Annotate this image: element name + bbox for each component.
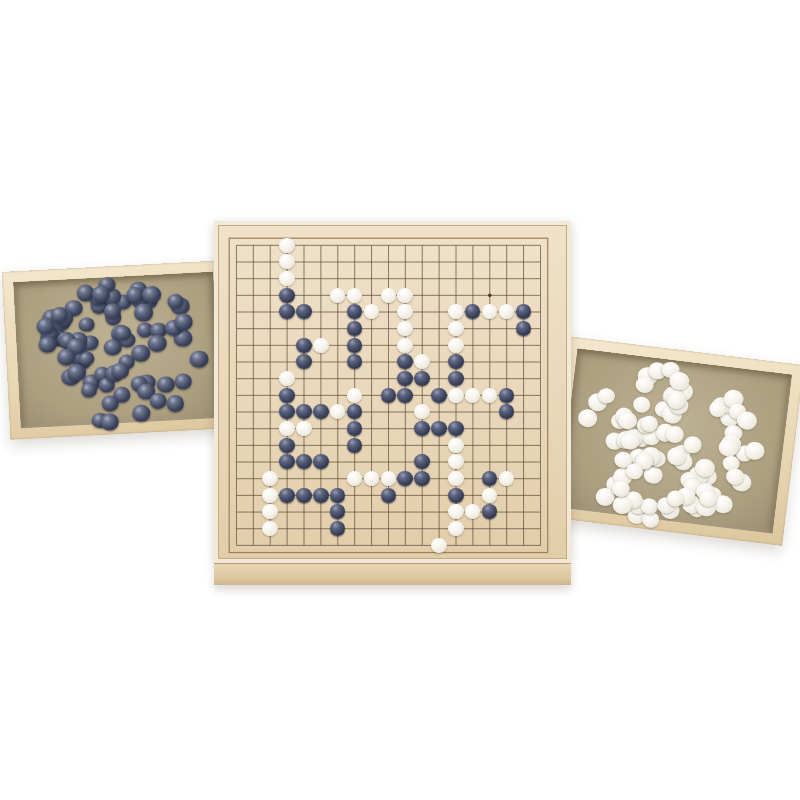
intersection: [262, 437, 279, 454]
intersection: [245, 287, 262, 304]
intersection: [245, 337, 262, 354]
black-stone: [448, 421, 464, 436]
intersection: [279, 304, 296, 321]
intersection: [228, 520, 245, 537]
black-stone: [499, 404, 515, 419]
intersection: [397, 404, 414, 421]
intersection: [380, 420, 397, 437]
intersection: [363, 404, 380, 421]
intersection: [245, 254, 262, 271]
white-stone: [262, 488, 278, 503]
white-stone: [448, 521, 464, 536]
intersection: [481, 237, 498, 254]
intersection: [498, 454, 515, 471]
intersection: [397, 537, 414, 554]
intersection: [431, 504, 448, 521]
intersection: [262, 504, 279, 521]
intersection: [515, 254, 532, 271]
intersection: [329, 287, 346, 304]
intersection: [296, 337, 313, 354]
intersection: [464, 487, 481, 504]
black-tray-stone: [104, 338, 123, 355]
intersection: [363, 254, 380, 271]
intersection: [515, 370, 532, 387]
intersection: [245, 454, 262, 471]
black-stone: [516, 304, 532, 319]
intersection: [363, 270, 380, 287]
black-stone: [296, 354, 312, 369]
intersection: [363, 504, 380, 521]
intersection: [228, 287, 245, 304]
intersection: [329, 454, 346, 471]
intersection: [363, 454, 380, 471]
intersection: [262, 537, 279, 554]
intersection: [245, 354, 262, 371]
goban-grid: [228, 237, 549, 553]
black-stone: [482, 471, 498, 486]
intersection: [380, 537, 397, 554]
intersection: [447, 437, 464, 454]
intersection: [431, 487, 448, 504]
intersection: [312, 437, 329, 454]
intersection: [481, 520, 498, 537]
intersection: [532, 237, 549, 254]
intersection: [279, 437, 296, 454]
intersection: [532, 287, 549, 304]
intersection: [498, 270, 515, 287]
intersection: [279, 520, 296, 537]
intersection: [262, 454, 279, 471]
intersection: [363, 437, 380, 454]
intersection: [464, 537, 481, 554]
intersection: [262, 387, 279, 404]
intersection: [515, 287, 532, 304]
intersection: [515, 537, 532, 554]
intersection: [329, 420, 346, 437]
intersection: [296, 504, 313, 521]
intersection: [397, 304, 414, 321]
intersection: [447, 354, 464, 371]
intersection: [363, 354, 380, 371]
intersection: [245, 387, 262, 404]
intersection: [380, 470, 397, 487]
intersection: [262, 354, 279, 371]
black-stone: [431, 388, 447, 403]
intersection: [329, 270, 346, 287]
white-stone: [448, 338, 464, 353]
intersection: [532, 320, 549, 337]
black-stone: [431, 421, 447, 436]
white-stone: [347, 388, 363, 403]
intersection: [296, 437, 313, 454]
intersection: [262, 404, 279, 421]
intersection: [515, 437, 532, 454]
intersection: [532, 404, 549, 421]
black-tray-stone: [80, 382, 97, 398]
intersection: [380, 487, 397, 504]
white-stone: [499, 304, 515, 319]
white-stone: [279, 421, 295, 436]
intersection: [481, 354, 498, 371]
intersection: [245, 470, 262, 487]
intersection: [262, 237, 279, 254]
intersection: [414, 337, 431, 354]
intersection: [532, 270, 549, 287]
intersection: [397, 470, 414, 487]
intersection: [380, 437, 397, 454]
intersection: [228, 370, 245, 387]
intersection: [397, 504, 414, 521]
intersection: [397, 237, 414, 254]
intersection: [397, 370, 414, 387]
intersection: [312, 354, 329, 371]
black-stone: [296, 304, 312, 319]
white-stone: [279, 254, 295, 269]
black-stone: [279, 404, 295, 419]
intersection: [532, 420, 549, 437]
intersection: [329, 387, 346, 404]
black-stone: [347, 404, 363, 419]
intersection: [312, 254, 329, 271]
intersection: [296, 270, 313, 287]
black-stone: [279, 454, 295, 469]
intersection: [312, 337, 329, 354]
intersection: [481, 537, 498, 554]
intersection: [498, 237, 515, 254]
intersection: [380, 320, 397, 337]
intersection: [498, 354, 515, 371]
intersection: [414, 387, 431, 404]
white-stone: [330, 404, 346, 419]
white-stone: [381, 288, 397, 303]
white-tray-stone: [635, 376, 654, 394]
black-stone: [279, 304, 295, 319]
intersection: [515, 237, 532, 254]
intersection: [296, 487, 313, 504]
intersection: [464, 437, 481, 454]
intersection: [329, 254, 346, 271]
black-stone: [313, 488, 329, 503]
white-stone: [262, 521, 278, 536]
white-stone: [448, 321, 464, 336]
intersection: [397, 254, 414, 271]
intersection: [431, 537, 448, 554]
black-stone: [347, 354, 363, 369]
intersection: [447, 537, 464, 554]
intersection: [447, 504, 464, 521]
black-stone: [482, 504, 498, 519]
black-stone: [279, 288, 295, 303]
white-stone: [279, 271, 295, 286]
intersection: [228, 387, 245, 404]
intersection: [228, 237, 245, 254]
intersection: [279, 420, 296, 437]
intersection: [228, 504, 245, 521]
intersection: [414, 354, 431, 371]
intersection: [228, 354, 245, 371]
intersection: [329, 320, 346, 337]
intersection: [515, 270, 532, 287]
intersection: [279, 237, 296, 254]
intersection: [414, 420, 431, 437]
black-stone: [397, 388, 413, 403]
intersection: [380, 387, 397, 404]
intersection: [312, 387, 329, 404]
intersection: [228, 437, 245, 454]
intersection: [498, 420, 515, 437]
intersection: [532, 337, 549, 354]
intersection: [481, 454, 498, 471]
black-tray-stone: [149, 392, 167, 409]
intersection: [481, 320, 498, 337]
black-stone: [330, 521, 346, 536]
intersection: [262, 487, 279, 504]
intersection: [363, 337, 380, 354]
intersection: [397, 437, 414, 454]
intersection: [279, 370, 296, 387]
intersection: [312, 370, 329, 387]
intersection: [363, 470, 380, 487]
intersection: [245, 504, 262, 521]
intersection: [532, 254, 549, 271]
black-stone: [397, 354, 413, 369]
intersection: [346, 454, 363, 471]
intersection: [498, 470, 515, 487]
black-tray-stone: [190, 350, 209, 368]
intersection: [431, 370, 448, 387]
intersection: [481, 337, 498, 354]
intersection: [431, 437, 448, 454]
intersection: [346, 470, 363, 487]
intersection: [363, 237, 380, 254]
intersection: [481, 387, 498, 404]
black-stone: [347, 321, 363, 336]
white-stone: [262, 504, 278, 519]
intersection: [312, 404, 329, 421]
intersection: [363, 287, 380, 304]
intersection: [279, 270, 296, 287]
black-tray-felt: [13, 272, 220, 428]
white-stone: [465, 388, 481, 403]
intersection: [279, 487, 296, 504]
intersection: [245, 304, 262, 321]
intersection: [431, 470, 448, 487]
intersection: [346, 320, 363, 337]
go-game-set-photo: [0, 0, 800, 800]
white-stone: [431, 538, 447, 553]
intersection: [498, 520, 515, 537]
intersection: [296, 320, 313, 337]
black-stone: [499, 388, 515, 403]
white-stone: [448, 454, 464, 469]
intersection: [262, 420, 279, 437]
white-stone: [397, 321, 413, 336]
black-stone: [347, 438, 363, 453]
black-stone: [381, 488, 397, 503]
intersection: [532, 537, 549, 554]
black-stone: [296, 488, 312, 503]
intersection: [481, 487, 498, 504]
intersection: [245, 537, 262, 554]
intersection: [481, 420, 498, 437]
black-stone: [516, 321, 532, 336]
intersection: [532, 470, 549, 487]
intersection: [228, 270, 245, 287]
intersection: [245, 320, 262, 337]
intersection: [515, 337, 532, 354]
white-stone: [262, 471, 278, 486]
intersection: [447, 237, 464, 254]
intersection: [262, 520, 279, 537]
intersection: [279, 387, 296, 404]
intersection: [262, 337, 279, 354]
intersection: [363, 520, 380, 537]
intersection: [414, 504, 431, 521]
black-stone: [414, 371, 430, 386]
intersection: [346, 420, 363, 437]
intersection: [346, 437, 363, 454]
intersection: [279, 404, 296, 421]
intersection: [481, 504, 498, 521]
intersection: [498, 387, 515, 404]
intersection: [447, 320, 464, 337]
intersection: [296, 304, 313, 321]
intersection: [312, 287, 329, 304]
intersection: [532, 437, 549, 454]
intersection: [414, 520, 431, 537]
white-stone: [482, 304, 498, 319]
intersection: [329, 487, 346, 504]
intersection: [464, 454, 481, 471]
intersection: [447, 254, 464, 271]
black-stone-pile: [13, 272, 213, 282]
intersection: [380, 504, 397, 521]
black-stone: [279, 388, 295, 403]
intersection: [498, 337, 515, 354]
intersection: [312, 270, 329, 287]
intersection: [380, 354, 397, 371]
intersection: [245, 270, 262, 287]
intersection: [515, 420, 532, 437]
black-tray-stone: [39, 337, 57, 354]
intersection: [414, 320, 431, 337]
intersection: [414, 470, 431, 487]
intersection: [346, 504, 363, 521]
black-tray-stone: [100, 413, 119, 430]
white-stone: [313, 338, 329, 353]
white-stone-tray: [546, 336, 800, 546]
black-stone: [347, 421, 363, 436]
intersection: [312, 454, 329, 471]
intersection: [397, 270, 414, 287]
black-stone-tray: [2, 260, 232, 439]
black-stone: [414, 471, 430, 486]
white-stone: [364, 471, 380, 486]
black-stone: [381, 388, 397, 403]
white-stone: [448, 504, 464, 519]
intersection: [515, 504, 532, 521]
intersection: [431, 337, 448, 354]
white-stone: [330, 288, 346, 303]
intersection: [431, 320, 448, 337]
intersection: [414, 437, 431, 454]
intersection: [262, 470, 279, 487]
intersection: [363, 320, 380, 337]
intersection: [380, 237, 397, 254]
intersection: [380, 337, 397, 354]
intersection: [414, 304, 431, 321]
intersection: [296, 404, 313, 421]
intersection: [532, 520, 549, 537]
intersection: [431, 270, 448, 287]
intersection: [346, 370, 363, 387]
black-stone: [465, 304, 481, 319]
intersection: [397, 454, 414, 471]
intersection: [346, 237, 363, 254]
intersection: [262, 304, 279, 321]
intersection: [262, 287, 279, 304]
intersection: [346, 520, 363, 537]
intersection: [346, 337, 363, 354]
intersection: [431, 287, 448, 304]
intersection: [228, 420, 245, 437]
intersection: [397, 287, 414, 304]
intersection: [296, 254, 313, 271]
intersection: [329, 237, 346, 254]
intersection: [464, 337, 481, 354]
intersection: [464, 470, 481, 487]
intersection: [532, 387, 549, 404]
intersection: [228, 470, 245, 487]
white-stone: [414, 404, 430, 419]
black-tray-stone: [142, 286, 161, 304]
intersection: [447, 487, 464, 504]
black-stone: [296, 338, 312, 353]
intersection: [498, 304, 515, 321]
intersection: [262, 254, 279, 271]
intersection: [515, 404, 532, 421]
intersection: [397, 320, 414, 337]
intersection: [414, 537, 431, 554]
black-tray-stone: [91, 286, 110, 303]
intersection: [296, 520, 313, 537]
intersection: [279, 504, 296, 521]
intersection: [245, 437, 262, 454]
intersection: [414, 270, 431, 287]
intersection: [532, 304, 549, 321]
intersection: [363, 487, 380, 504]
intersection: [346, 387, 363, 404]
intersection: [279, 287, 296, 304]
intersection: [346, 270, 363, 287]
black-tray-stone: [102, 395, 120, 412]
intersection: [464, 420, 481, 437]
intersection: [431, 404, 448, 421]
intersection: [329, 404, 346, 421]
white-tray-felt: [558, 348, 792, 533]
intersection: [363, 304, 380, 321]
intersection: [498, 537, 515, 554]
intersection: [245, 520, 262, 537]
white-stone: [364, 304, 380, 319]
intersection: [464, 237, 481, 254]
intersection: [464, 287, 481, 304]
intersection: [279, 354, 296, 371]
intersection: [228, 454, 245, 471]
intersection: [296, 370, 313, 387]
intersection: [515, 470, 532, 487]
intersection: [363, 420, 380, 437]
